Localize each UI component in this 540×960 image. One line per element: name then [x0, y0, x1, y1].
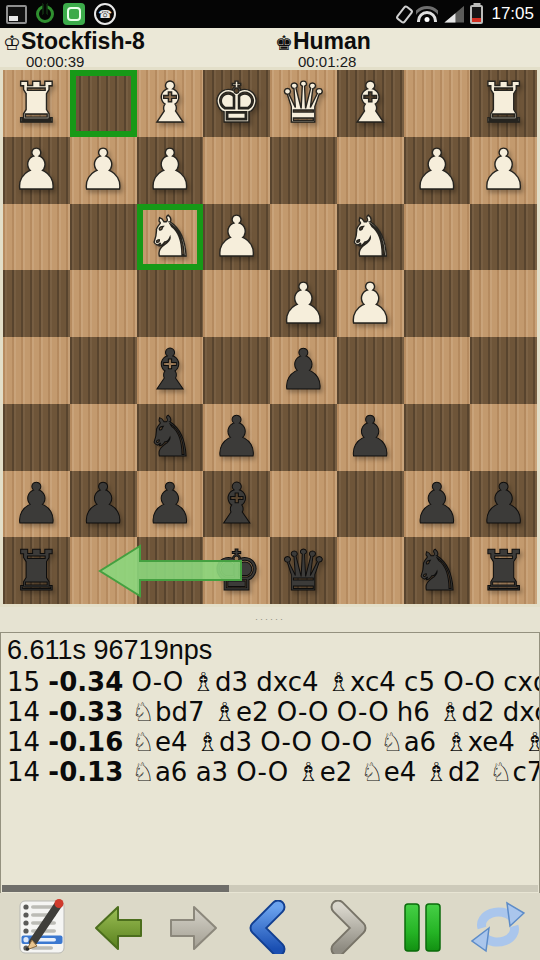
status-bar: ☎ 17:05	[0, 0, 540, 28]
board-square[interactable]: ♚	[203, 537, 270, 604]
engine-stats: 6.611s 96719nps	[7, 634, 539, 667]
white-pawn[interactable]: ♟	[412, 137, 462, 203]
black-pawn[interactable]: ♟	[145, 471, 195, 537]
go-back-button[interactable]	[241, 898, 299, 956]
app-notification-icon	[63, 3, 85, 25]
go-forward-button[interactable]	[317, 898, 375, 956]
black-pawn[interactable]: ♟	[78, 471, 128, 537]
board-square[interactable]	[470, 270, 537, 337]
black-bishop[interactable]: ♝	[145, 337, 195, 403]
board-square[interactable]	[70, 270, 137, 337]
board-square[interactable]	[404, 337, 471, 404]
notepad-edit-icon	[15, 899, 69, 955]
black-player-panel[interactable]: ♚Human 00:01:28	[270, 28, 540, 67]
board-square[interactable]: ♜	[470, 537, 537, 604]
split-divider: ······	[0, 607, 540, 632]
white-bishop[interactable]: ♝	[145, 70, 195, 136]
black-pawn[interactable]: ♟	[11, 471, 61, 537]
black-bishop[interactable]: ♝	[212, 471, 262, 537]
engine-line: 15 -0.34 O-O ♗d3 dxc4 ♗xc4 c5 O-O cxd	[7, 667, 539, 697]
board-square[interactable]: ♝	[203, 471, 270, 538]
board-square[interactable]	[404, 70, 471, 137]
board-square[interactable]: ♟	[337, 404, 404, 471]
board-square[interactable]: ♟	[270, 337, 337, 404]
board-square[interactable]	[270, 471, 337, 538]
pause-engine-button[interactable]	[393, 898, 451, 956]
board-square[interactable]: ♛	[270, 537, 337, 604]
analysis-scrollbar-thumb[interactable]	[2, 885, 229, 892]
white-pawn[interactable]: ♟	[78, 137, 128, 203]
black-rook[interactable]: ♜	[11, 538, 61, 604]
wifi-icon	[416, 6, 438, 22]
board-square[interactable]	[203, 137, 270, 204]
white-pawn[interactable]: ♟	[278, 271, 328, 337]
board-square[interactable]	[70, 404, 137, 471]
board-square[interactable]: ♟	[3, 471, 70, 538]
blue-left-chevron-icon	[243, 900, 297, 954]
black-queen[interactable]: ♛	[278, 538, 328, 604]
screenshot-icon	[6, 5, 27, 24]
board-square[interactable]	[203, 270, 270, 337]
power-widget-icon	[36, 5, 54, 23]
chess-board[interactable]: ♜♝♚♛♝♜♟♟♟♟♟♞♟♞♟♟♝♟♞♟♟♟♟♟♝♟♟♜♚♛♞♜	[3, 70, 537, 604]
vibrate-icon	[395, 4, 414, 24]
moves-menu-button[interactable]	[13, 898, 71, 956]
green-left-arrow-icon	[91, 900, 145, 954]
board-square[interactable]: ♟	[203, 404, 270, 471]
board-square[interactable]: ♞	[137, 404, 204, 471]
board-square[interactable]: ♚	[203, 70, 270, 137]
white-pawn[interactable]: ♟	[11, 137, 61, 203]
white-king-icon: ♔	[3, 31, 21, 55]
board-square[interactable]: ♟	[3, 137, 70, 204]
board-square[interactable]	[404, 204, 471, 271]
board-square[interactable]: ♟	[337, 270, 404, 337]
board-square[interactable]	[337, 471, 404, 538]
board-square[interactable]: ♞	[137, 204, 204, 271]
white-pawn[interactable]: ♟	[145, 137, 195, 203]
board-square[interactable]: ♟	[137, 137, 204, 204]
signal-icon	[444, 6, 464, 23]
blue-refresh-icon	[471, 900, 525, 954]
board-square[interactable]: ♟	[70, 137, 137, 204]
battery-icon	[470, 5, 483, 24]
board-square[interactable]: ♝	[337, 70, 404, 137]
chess-app-screen: ☎ 17:05 ♔Stockfish-8 00:00:39 ♚Human 00:…	[0, 0, 540, 960]
engine-line: 14 -0.13 ♘a6 a3 O-O ♗e2 ♘e4 ♗d2 ♘c7	[7, 757, 539, 787]
white-queen[interactable]: ♛	[278, 70, 328, 136]
white-player-name: ♔Stockfish-8	[3, 29, 270, 55]
engine-line: 14 -0.33 ♘bd7 ♗e2 O-O O-O h6 ♗d2 dxc	[7, 697, 539, 727]
board-square[interactable]: ♟	[270, 270, 337, 337]
board-square[interactable]: ♟	[203, 204, 270, 271]
gray-right-chevron-icon	[319, 900, 373, 954]
black-knight[interactable]: ♞	[145, 404, 195, 470]
undo-move-button[interactable]	[89, 898, 147, 956]
board-square[interactable]	[337, 137, 404, 204]
black-king[interactable]: ♚	[212, 538, 262, 604]
board-square[interactable]	[470, 337, 537, 404]
engine-analysis-panel[interactable]: 6.611s 96719nps 15 -0.34 O-O ♗d3 dxc4 ♗x…	[0, 632, 540, 893]
board-area: ♜♝♚♛♝♜♟♟♟♟♟♞♟♞♟♟♝♟♞♟♟♟♟♟♝♟♟♜♚♛♞♜	[0, 67, 540, 607]
analysis-scrollbar[interactable]	[2, 885, 538, 892]
split-drag-handle[interactable]: ······	[255, 615, 285, 624]
board-square[interactable]	[3, 270, 70, 337]
board-square[interactable]: ♞	[337, 204, 404, 271]
board-square[interactable]	[203, 337, 270, 404]
black-player-name: ♚Human	[275, 29, 540, 55]
board-square[interactable]: ♜	[470, 70, 537, 137]
board-square[interactable]	[70, 204, 137, 271]
board-square[interactable]: ♟	[404, 471, 471, 538]
board-square[interactable]	[337, 337, 404, 404]
green-pause-icon	[395, 900, 449, 954]
engine-line: 14 -0.16 ♘e4 ♗d3 O-O O-O ♘a6 ♗xe4 ♗	[7, 727, 539, 757]
refresh-analysis-button[interactable]	[469, 898, 527, 956]
board-square[interactable]: ♜	[3, 537, 70, 604]
board-square[interactable]	[70, 337, 137, 404]
black-pawn[interactable]: ♟	[479, 471, 529, 537]
white-rook[interactable]: ♜	[479, 70, 529, 136]
black-pawn[interactable]: ♟	[412, 471, 462, 537]
board-square[interactable]	[3, 204, 70, 271]
board-square[interactable]	[70, 537, 137, 604]
white-bishop[interactable]: ♝	[345, 70, 395, 136]
board-square[interactable]	[470, 404, 537, 471]
board-square[interactable]	[270, 204, 337, 271]
board-square[interactable]	[3, 337, 70, 404]
black-pawn[interactable]: ♟	[212, 404, 262, 470]
white-pawn[interactable]: ♟	[345, 271, 395, 337]
board-square[interactable]	[3, 404, 70, 471]
board-square[interactable]: ♟	[70, 471, 137, 538]
board-square[interactable]: ♛	[270, 70, 337, 137]
player-header: ♔Stockfish-8 00:00:39 ♚Human 00:01:28	[0, 28, 540, 67]
white-player-panel[interactable]: ♔Stockfish-8 00:00:39	[0, 28, 270, 67]
black-king-icon: ♚	[275, 31, 293, 55]
board-square[interactable]: ♟	[137, 471, 204, 538]
black-pawn[interactable]: ♟	[278, 337, 328, 403]
bottom-toolbar	[0, 893, 540, 960]
board-square[interactable]	[270, 404, 337, 471]
board-square[interactable]: ♞	[404, 537, 471, 604]
board-square[interactable]	[70, 70, 137, 137]
board-square[interactable]	[470, 204, 537, 271]
white-pawn[interactable]: ♟	[479, 137, 529, 203]
board-square[interactable]	[404, 404, 471, 471]
status-clock: 17:05	[491, 0, 534, 28]
viber-icon: ☎	[94, 3, 116, 25]
board-square[interactable]: ♟	[404, 137, 471, 204]
board-square[interactable]	[137, 537, 204, 604]
board-square[interactable]	[137, 270, 204, 337]
black-rook[interactable]: ♜	[479, 538, 529, 604]
board-square[interactable]	[404, 270, 471, 337]
white-king[interactable]: ♚	[212, 70, 262, 136]
white-knight[interactable]: ♞	[345, 204, 395, 270]
redo-move-button[interactable]	[165, 898, 223, 956]
board-square[interactable]: ♟	[470, 471, 537, 538]
board-square[interactable]	[270, 137, 337, 204]
white-knight[interactable]: ♞	[145, 204, 195, 270]
white-rook[interactable]: ♜	[11, 70, 61, 136]
board-square[interactable]	[337, 537, 404, 604]
board-square[interactable]: ♝	[137, 337, 204, 404]
gray-right-arrow-icon	[167, 900, 221, 954]
board-square[interactable]: ♜	[3, 70, 70, 137]
white-pawn[interactable]: ♟	[212, 204, 262, 270]
board-square[interactable]: ♝	[137, 70, 204, 137]
black-knight[interactable]: ♞	[412, 538, 462, 604]
board-square[interactable]: ♟	[470, 137, 537, 204]
black-pawn[interactable]: ♟	[345, 404, 395, 470]
